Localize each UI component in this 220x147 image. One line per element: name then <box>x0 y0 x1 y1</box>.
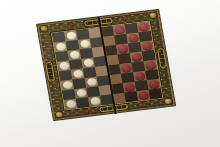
red-diamond-ornament-icon <box>123 16 128 20</box>
white-piece[interactable] <box>76 88 87 96</box>
white-piece[interactable] <box>65 99 76 107</box>
red-piece[interactable] <box>142 41 153 49</box>
white-piece[interactable] <box>86 77 97 85</box>
red-piece[interactable] <box>117 44 128 52</box>
white-piece[interactable] <box>58 61 69 69</box>
red-piece[interactable] <box>124 82 135 90</box>
red-diamond-ornament-icon <box>138 103 143 107</box>
white-piece[interactable] <box>69 50 80 58</box>
white-piece[interactable] <box>62 80 73 88</box>
red-diamond-ornament-icon <box>69 23 74 27</box>
corner-rosette-icon <box>149 12 156 18</box>
playing-squares-grid <box>52 21 162 109</box>
checkers-board <box>36 9 176 121</box>
corner-rosette-icon <box>55 112 62 118</box>
square-r8-c8[interactable] <box>149 88 163 99</box>
red-piece[interactable] <box>138 22 149 30</box>
red-piece[interactable] <box>121 63 132 71</box>
red-piece[interactable] <box>114 25 125 33</box>
red-piece[interactable] <box>148 79 159 87</box>
white-piece[interactable] <box>79 39 90 47</box>
corner-rosette-icon <box>165 98 172 104</box>
red-piece[interactable] <box>135 71 146 79</box>
corner-rosette-icon <box>40 26 47 32</box>
red-piece[interactable] <box>145 60 156 68</box>
gilt-cartouche-right <box>157 48 167 68</box>
red-piece[interactable] <box>138 91 149 99</box>
white-piece[interactable] <box>83 58 94 66</box>
red-diamond-ornament-icon <box>84 110 89 114</box>
gilt-cartouche-left <box>45 62 55 82</box>
photo-background <box>0 0 220 147</box>
red-piece[interactable] <box>131 52 142 60</box>
red-piece[interactable] <box>128 33 139 41</box>
board-frame-ornate-border <box>36 9 176 121</box>
white-piece[interactable] <box>66 31 77 39</box>
white-piece[interactable] <box>55 42 66 50</box>
white-piece[interactable] <box>72 69 83 77</box>
white-piece[interactable] <box>89 96 100 104</box>
